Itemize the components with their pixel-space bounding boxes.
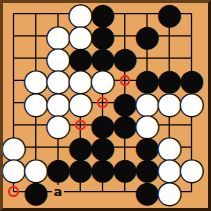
- intersection-c6-r1[interactable]: [114, 2, 136, 24]
- intersection-c3-r6[interactable]: ●: [47, 114, 69, 136]
- intersection-c9-r9[interactable]: [180, 180, 202, 202]
- intersection-c2-r5[interactable]: ●: [25, 91, 47, 113]
- intersection-c2-r2[interactable]: [25, 25, 47, 47]
- white-stone: ●: [178, 87, 204, 117]
- intersection-c5-r4[interactable]: ●: [91, 69, 113, 91]
- intersection-c6-r8[interactable]: ●: [114, 158, 136, 180]
- intersection-c6-r3[interactable]: ●: [114, 47, 136, 69]
- intersection-c4-r5[interactable]: ●: [69, 91, 91, 113]
- intersection-c7-r2[interactable]: ●: [136, 25, 158, 47]
- intersection-c1-r4[interactable]: [2, 69, 24, 91]
- intersection-c8-r1[interactable]: ●: [158, 2, 180, 24]
- go-board: ●●●●●●●●●●●●●●●●●●●●●●●●●●●●●●●●●●●●●●●●…: [0, 0, 211, 211]
- intersection-c9-r6[interactable]: [180, 114, 202, 136]
- intersection-c7-r9[interactable]: ●: [136, 180, 158, 202]
- intersection-c9-r8[interactable]: ●: [180, 158, 202, 180]
- red-circle-marker: [8, 186, 19, 197]
- intersection-c1-r9[interactable]: [2, 180, 24, 202]
- intersection-c1-r8[interactable]: ●: [2, 158, 24, 180]
- intersection-c5-r8[interactable]: ●: [91, 158, 113, 180]
- intersection-c6-r9[interactable]: [114, 180, 136, 202]
- intersection-c1-r1[interactable]: [2, 2, 24, 24]
- intersection-c2-r9[interactable]: ●: [25, 180, 47, 202]
- intersection-c9-r2[interactable]: [180, 25, 202, 47]
- intersection-c8-r9[interactable]: ●: [158, 180, 180, 202]
- intersection-c1-r3[interactable]: [2, 47, 24, 69]
- intersection-c1-r5[interactable]: [2, 91, 24, 113]
- intersection-c5-r9[interactable]: [91, 180, 113, 202]
- intersection-c4-r9[interactable]: [69, 180, 91, 202]
- intersection-c9-r1[interactable]: [180, 2, 202, 24]
- intersection-c4-r8[interactable]: ●: [69, 158, 91, 180]
- intersection-c3-r8[interactable]: ●: [47, 158, 69, 180]
- intersection-c2-r1[interactable]: [25, 2, 47, 24]
- point-label-a: a: [52, 185, 65, 199]
- white-stone: ●: [156, 176, 182, 206]
- intersection-c3-r9[interactable]: a: [47, 180, 69, 202]
- intersection-c9-r5[interactable]: ●: [180, 91, 202, 113]
- intersection-c8-r5[interactable]: ●: [158, 91, 180, 113]
- board-intersections: ●●●●●●●●●●●●●●●●●●●●●●●●●●●●●●●●●●●●●●●●…: [2, 2, 202, 202]
- black-stone: ●: [23, 176, 49, 206]
- intersection-c1-r2[interactable]: [2, 25, 24, 47]
- intersection-c6-r6[interactable]: ●: [114, 114, 136, 136]
- intersection-c2-r6[interactable]: [25, 114, 47, 136]
- intersection-c8-r2[interactable]: [158, 25, 180, 47]
